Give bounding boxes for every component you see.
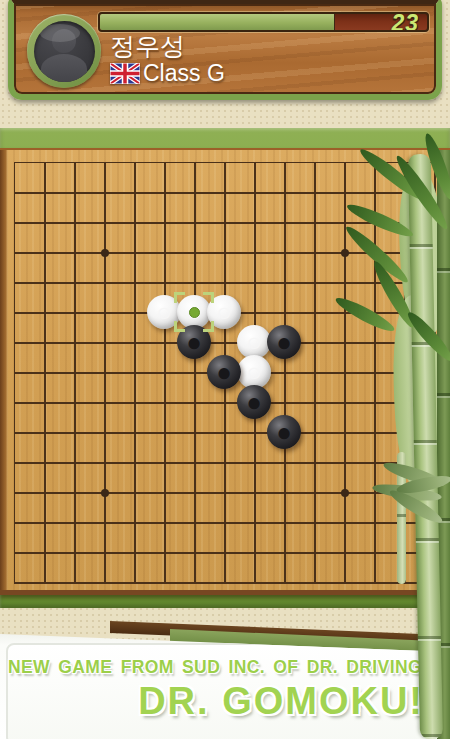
- gomoku-board[interactable]: ○○○○○●●●●●: [0, 148, 450, 595]
- player-name: 정우성: [110, 30, 185, 63]
- avatar[interactable]: [27, 14, 101, 88]
- ad-text-line1: NEW GAME FROM SUD INC. OF DR. DRIVING,: [8, 657, 438, 678]
- stones-layer: ○○○○○●●●●●: [0, 147, 449, 597]
- progress-bar: 23: [98, 12, 429, 32]
- last-move-dot-icon: [189, 307, 200, 318]
- black-stone: ●: [267, 415, 301, 449]
- black-stone: ●: [267, 325, 301, 359]
- player-panel: 23 정우성 Class G: [8, 0, 442, 100]
- score-value: 23: [391, 12, 419, 32]
- progress-fill: [100, 14, 335, 30]
- ad-text-line2: DR. GOMOKU!: [138, 680, 424, 723]
- dr-gomoku-screen: ○○○○○●●●●● 23 정우성 Class G: [0, 0, 450, 739]
- black-stone: ●: [237, 385, 271, 419]
- white-stone: ○: [237, 325, 271, 359]
- player-class: Class G: [143, 60, 225, 87]
- person-silhouette-icon: [34, 21, 95, 82]
- white-stone: ○: [237, 355, 271, 389]
- uk-flag-icon: [110, 63, 140, 84]
- black-stone: ●: [207, 355, 241, 389]
